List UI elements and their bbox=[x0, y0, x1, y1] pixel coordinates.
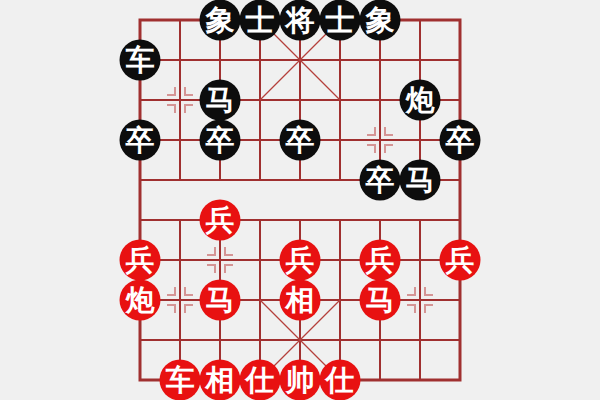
marker-bracket bbox=[184, 87, 193, 96]
piece-red-advisor[interactable]: 仕 bbox=[320, 360, 361, 400]
star-point-marker bbox=[367, 127, 393, 153]
star-point-marker bbox=[167, 287, 193, 313]
board-grid bbox=[0, 0, 600, 400]
piece-black-general[interactable]: 将 bbox=[280, 0, 321, 41]
piece-red-horse[interactable]: 马 bbox=[360, 280, 401, 321]
marker-bracket bbox=[167, 287, 176, 296]
marker-bracket bbox=[367, 144, 376, 153]
piece-black-advisor[interactable]: 士 bbox=[320, 0, 361, 41]
piece-red-general[interactable]: 帅 bbox=[280, 360, 321, 400]
marker-bracket bbox=[424, 304, 433, 313]
marker-bracket bbox=[384, 127, 393, 136]
piece-black-soldier[interactable]: 卒 bbox=[120, 120, 161, 161]
piece-black-chariot[interactable]: 车 bbox=[120, 40, 161, 81]
marker-bracket bbox=[424, 287, 433, 296]
marker-bracket bbox=[224, 264, 233, 273]
piece-red-advisor[interactable]: 仕 bbox=[240, 360, 281, 400]
piece-red-soldier[interactable]: 兵 bbox=[200, 200, 241, 241]
piece-black-horse[interactable]: 马 bbox=[200, 80, 241, 121]
piece-black-soldier[interactable]: 卒 bbox=[280, 120, 321, 161]
marker-bracket bbox=[384, 144, 393, 153]
piece-red-horse[interactable]: 马 bbox=[200, 280, 241, 321]
piece-red-chariot[interactable]: 车 bbox=[160, 360, 201, 400]
star-point-marker bbox=[207, 247, 233, 273]
piece-black-soldier[interactable]: 卒 bbox=[200, 120, 241, 161]
marker-bracket bbox=[167, 304, 176, 313]
piece-black-cannon[interactable]: 炮 bbox=[400, 80, 441, 121]
marker-bracket bbox=[407, 287, 416, 296]
marker-bracket bbox=[167, 104, 176, 113]
piece-black-elephant[interactable]: 象 bbox=[360, 0, 401, 41]
marker-bracket bbox=[207, 247, 216, 256]
piece-red-elephant[interactable]: 相 bbox=[200, 360, 241, 400]
xiangqi-board: 象士将士象车马炮卒卒卒卒卒马兵兵兵兵兵炮马相马车相仕帅仕 bbox=[0, 0, 600, 400]
star-point-marker bbox=[407, 287, 433, 313]
piece-black-soldier[interactable]: 卒 bbox=[440, 120, 481, 161]
piece-red-elephant[interactable]: 相 bbox=[280, 280, 321, 321]
marker-bracket bbox=[207, 264, 216, 273]
piece-red-soldier[interactable]: 兵 bbox=[440, 240, 481, 281]
marker-bracket bbox=[167, 87, 176, 96]
piece-black-horse[interactable]: 马 bbox=[400, 160, 441, 201]
piece-red-soldier[interactable]: 兵 bbox=[280, 240, 321, 281]
marker-bracket bbox=[184, 104, 193, 113]
marker-bracket bbox=[224, 247, 233, 256]
piece-black-soldier[interactable]: 卒 bbox=[360, 160, 401, 201]
piece-black-elephant[interactable]: 象 bbox=[200, 0, 241, 41]
piece-red-cannon[interactable]: 炮 bbox=[120, 280, 161, 321]
marker-bracket bbox=[184, 304, 193, 313]
piece-red-soldier[interactable]: 兵 bbox=[360, 240, 401, 281]
marker-bracket bbox=[184, 287, 193, 296]
marker-bracket bbox=[407, 304, 416, 313]
piece-red-soldier[interactable]: 兵 bbox=[120, 240, 161, 281]
marker-bracket bbox=[367, 127, 376, 136]
piece-black-advisor[interactable]: 士 bbox=[240, 0, 281, 41]
star-point-marker bbox=[167, 87, 193, 113]
